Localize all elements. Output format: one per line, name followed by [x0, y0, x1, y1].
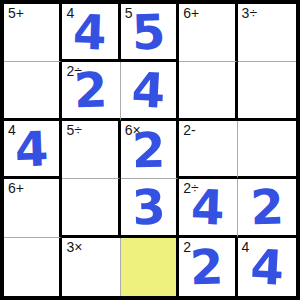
- cage-clue-i: 6×: [125, 122, 141, 138]
- cell-r3c0[interactable]: 6+: [4, 179, 62, 237]
- entry-digit: 3: [119, 178, 177, 236]
- cell-r4c2[interactable]: [121, 238, 179, 296]
- cell-r0c1[interactable]: 44: [62, 4, 120, 62]
- cage-clue-k: 6+: [8, 180, 24, 196]
- cell-r2c4[interactable]: [238, 121, 296, 179]
- cell-r3c4[interactable]: 2: [238, 179, 296, 237]
- cell-r0c3[interactable]: 6+: [179, 4, 237, 62]
- cell-r2c1[interactable]: 5÷: [62, 121, 120, 179]
- cell-r4c1[interactable]: 3×: [62, 238, 120, 296]
- cage-clue-f: 2÷: [66, 63, 81, 79]
- cell-r0c0[interactable]: 5+: [4, 4, 62, 62]
- cell-r1c4[interactable]: [238, 62, 296, 120]
- cage-clue-b: 4: [66, 5, 74, 21]
- cell-r4c4[interactable]: 44: [238, 238, 296, 296]
- cell-r3c1[interactable]: [62, 179, 120, 237]
- cage-clue-l: 2÷: [183, 180, 198, 196]
- cell-r1c3[interactable]: [179, 62, 237, 120]
- cage-clue-g: 4: [8, 122, 16, 138]
- cage-clue-c: 5: [125, 5, 133, 21]
- cell-r3c3[interactable]: 2÷4: [179, 179, 237, 237]
- cell-r4c3[interactable]: 22: [179, 238, 237, 296]
- cell-r2c2[interactable]: 6×2: [121, 121, 179, 179]
- cell-r0c2[interactable]: 55: [121, 4, 179, 62]
- cell-r1c2[interactable]: 4: [121, 62, 179, 120]
- cage-clue-n: 2: [183, 239, 191, 255]
- cell-r4c0[interactable]: [4, 238, 62, 296]
- cage-clue-m: 3×: [66, 239, 82, 255]
- cell-r1c0[interactable]: [4, 62, 62, 120]
- cage-clue-d: 6+: [183, 5, 199, 21]
- cage-clue-a: 5+: [8, 5, 24, 21]
- cage-clue-o: 4: [242, 239, 250, 255]
- cell-r3c2[interactable]: 3: [121, 179, 179, 237]
- cell-r1c1[interactable]: 2÷2: [62, 62, 120, 120]
- cell-r2c3[interactable]: 2-: [179, 121, 237, 179]
- entry-digit: 2: [237, 178, 297, 235]
- entry-digit: 4: [119, 61, 177, 119]
- cage-clue-j: 2-: [183, 122, 195, 138]
- cage-clue-h: 5÷: [66, 122, 81, 138]
- kenken-board: 5+44556+3÷2÷24445÷6×22-6+32÷423×2244: [0, 0, 300, 300]
- cell-r0c4[interactable]: 3÷: [238, 4, 296, 62]
- cage-clue-e: 3÷: [242, 5, 257, 21]
- cell-r2c0[interactable]: 44: [4, 121, 62, 179]
